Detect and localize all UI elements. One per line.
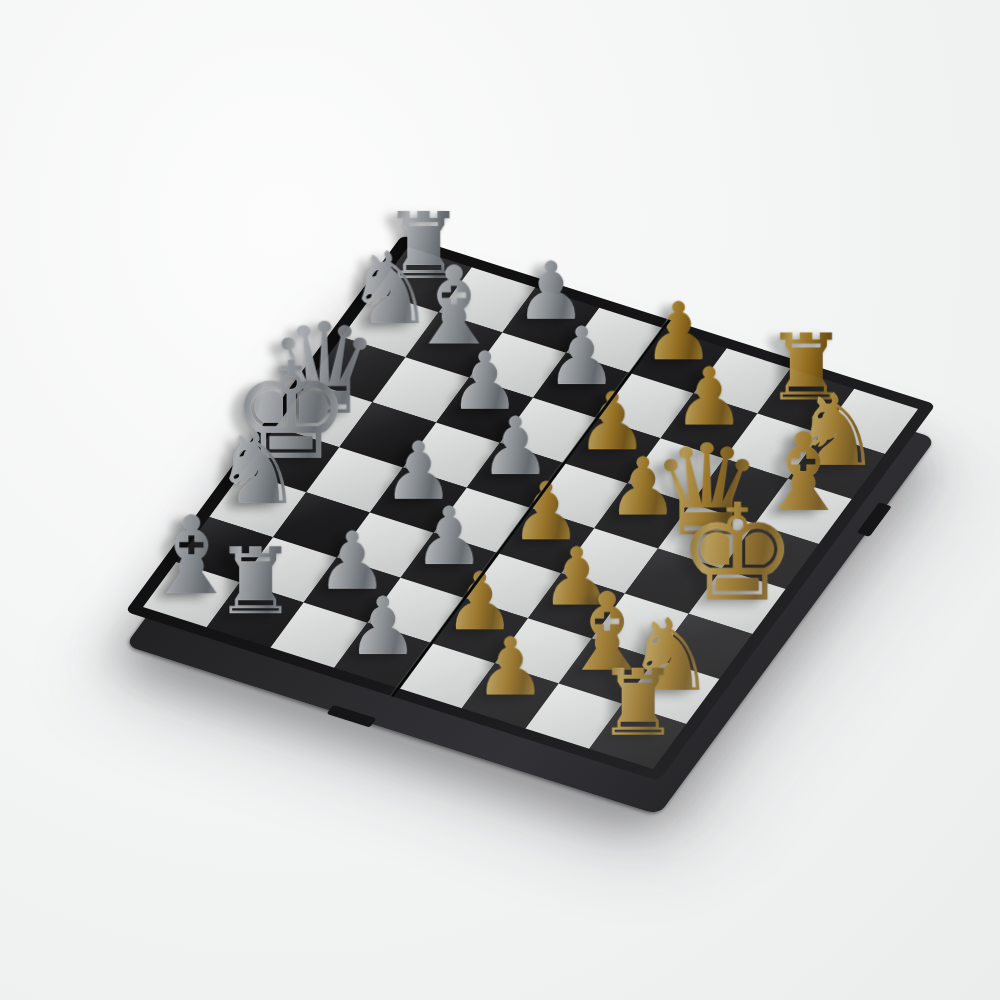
studio-backdrop: ♜♟♟♜♞♝♟♟♞♟♟♝♛♟♟♛♚♟♟♚♞♟♟♟♟♝♞♝♜♟♟♜: [0, 0, 1000, 1000]
gold-pawn-glyph: ♟: [474, 627, 546, 707]
silver-pawn-glyph: ♟: [347, 587, 419, 667]
gold-rook-glyph: ♜: [596, 657, 678, 749]
silver-rook-glyph: ♜: [214, 536, 296, 628]
